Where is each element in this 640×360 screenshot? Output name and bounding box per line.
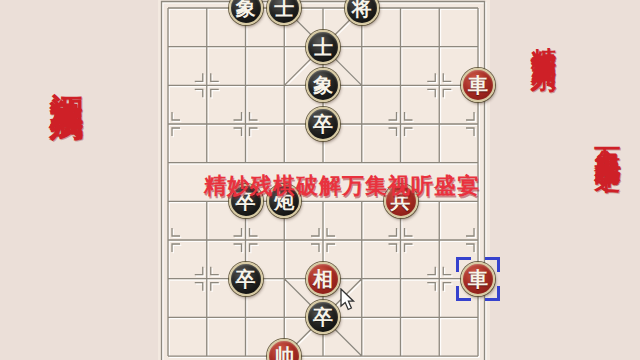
video-frame: 象士将士象車卒卒炮兵卒相車卒帅 江湖象棋残局 精讲江湖百局系列 万集视频发布之中… xyxy=(0,0,640,360)
center-banner: 精妙残棋破解万集视听盛宴 xyxy=(204,171,470,201)
piece-black-soldier[interactable]: 卒 xyxy=(229,262,263,296)
right-outer-banner: 万集视频发布之中 xyxy=(591,126,626,150)
piece-red-chariot[interactable]: 車 xyxy=(461,262,495,296)
piece-black-soldier[interactable]: 卒 xyxy=(306,107,340,141)
right-inner-banner: 精讲江湖百局系列 xyxy=(527,27,560,51)
piece-black-advisor[interactable]: 士 xyxy=(306,30,340,64)
left-title-banner: 江湖象棋残局 xyxy=(44,66,90,84)
piece-red-elephant[interactable]: 相 xyxy=(306,262,340,296)
